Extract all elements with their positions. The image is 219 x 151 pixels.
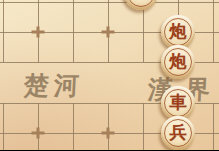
grid-line-file [213,103,214,151]
grid-line-file [3,0,4,62]
piece-cannon-red[interactable]: 炮 [161,15,195,49]
grid-line-rank [0,2,219,3]
piece-character: 兵 [161,116,195,150]
piece-character [124,0,158,10]
point-marker [102,126,115,139]
piece-unknown[interactable] [124,0,158,10]
grid-line-file [213,0,214,62]
point-marker [102,25,115,38]
piece-soldier-red[interactable]: 兵 [161,116,195,150]
point-marker [32,25,45,38]
piece-chariot-red[interactable]: 車 [161,86,195,120]
piece-character: 炮 [161,45,195,79]
xiangqi-board: 楚河 漢界 炮炮車兵 [0,0,219,150]
piece-character: 車 [161,86,195,120]
grid-line-file [73,0,74,62]
grid-line-file [143,103,144,151]
river-label-chu-he: 楚河 [23,73,84,98]
point-marker [32,126,45,139]
grid-line-file [73,103,74,151]
grid-line-file [3,103,4,151]
piece-character: 炮 [161,15,195,49]
piece-cannon-red[interactable]: 炮 [161,45,195,79]
